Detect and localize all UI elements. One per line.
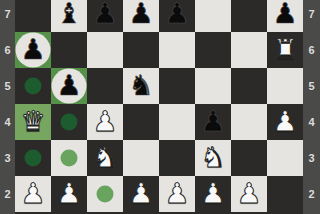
square-h4[interactable]: ♟ <box>267 104 303 140</box>
piece-white-pawn[interactable]: ♟ <box>267 104 303 140</box>
square-g6[interactable] <box>231 32 267 68</box>
piece-white-pawn[interactable]: ♟ <box>15 176 51 212</box>
square-c2[interactable] <box>87 176 123 212</box>
rank-label-5: 5 <box>303 68 320 104</box>
rank-label-5: 5 <box>0 68 15 104</box>
square-e3[interactable] <box>159 140 195 176</box>
square-g3[interactable] <box>231 140 267 176</box>
square-h3[interactable] <box>267 140 303 176</box>
square-c5[interactable] <box>87 68 123 104</box>
square-g5[interactable] <box>231 68 267 104</box>
square-e7[interactable]: ♟ <box>159 0 195 32</box>
rank-label-7: 7 <box>0 0 15 32</box>
rank-label-6: 6 <box>0 32 15 68</box>
square-a5[interactable] <box>15 68 51 104</box>
piece-black-pawn[interactable]: ♟ <box>267 0 303 32</box>
square-h7[interactable]: ♟ <box>267 0 303 32</box>
square-h6[interactable]: ♜ <box>267 32 303 68</box>
square-f7[interactable] <box>195 0 231 32</box>
piece-white-pawn[interactable]: ♟ <box>231 176 267 212</box>
rank-label-6: 6 <box>303 32 320 68</box>
rank-label-2: 2 <box>0 176 15 212</box>
square-e6[interactable] <box>159 32 195 68</box>
square-d5[interactable]: ♞ <box>123 68 159 104</box>
legal-move-dot[interactable] <box>97 186 114 203</box>
square-b4[interactable] <box>51 104 87 140</box>
rank-label-3: 3 <box>303 140 320 176</box>
piece-black-pawn[interactable]: ♟ <box>51 68 87 104</box>
legal-move-dot[interactable] <box>61 150 78 167</box>
piece-black-pawn[interactable]: ♟ <box>87 0 123 32</box>
square-e5[interactable] <box>159 68 195 104</box>
square-f2[interactable]: ♟ <box>195 176 231 212</box>
square-g4[interactable] <box>231 104 267 140</box>
square-c7[interactable]: ♟ <box>87 0 123 32</box>
square-c3[interactable]: ♞ <box>87 140 123 176</box>
piece-white-pawn[interactable]: ♟ <box>123 176 159 212</box>
square-d4[interactable] <box>123 104 159 140</box>
piece-white-pawn[interactable]: ♟ <box>159 176 195 212</box>
square-a7[interactable] <box>15 0 51 32</box>
square-a2[interactable]: ♟ <box>15 176 51 212</box>
rank-label-3: 3 <box>0 140 15 176</box>
square-a3[interactable] <box>15 140 51 176</box>
square-f3[interactable]: ♞ <box>195 140 231 176</box>
square-a6[interactable]: ♟ <box>15 32 51 68</box>
square-f4[interactable]: ♟ <box>195 104 231 140</box>
legal-move-dot[interactable] <box>61 114 78 131</box>
square-d3[interactable] <box>123 140 159 176</box>
board-grid[interactable]: ♝♟♟♟♟♟♜♟♞♛♟♟♟♞♞♟♟♟♟♟♟ <box>15 0 303 212</box>
square-b6[interactable] <box>51 32 87 68</box>
square-c6[interactable] <box>87 32 123 68</box>
piece-white-rook[interactable]: ♜ <box>267 32 303 68</box>
piece-black-knight[interactable]: ♞ <box>123 68 159 104</box>
piece-white-pawn[interactable]: ♟ <box>195 176 231 212</box>
piece-white-pawn[interactable]: ♟ <box>51 176 87 212</box>
square-g2[interactable]: ♟ <box>231 176 267 212</box>
piece-black-pawn[interactable]: ♟ <box>195 104 231 140</box>
rank-labels-left: 765432 <box>0 0 15 214</box>
square-e2[interactable]: ♟ <box>159 176 195 212</box>
square-b5[interactable]: ♟ <box>51 68 87 104</box>
rank-label-4: 4 <box>303 104 320 140</box>
piece-white-queen[interactable]: ♛ <box>15 104 51 140</box>
square-h5[interactable] <box>267 68 303 104</box>
piece-black-pawn[interactable]: ♟ <box>15 32 51 68</box>
square-b3[interactable] <box>51 140 87 176</box>
piece-white-pawn[interactable]: ♟ <box>87 104 123 140</box>
square-f5[interactable] <box>195 68 231 104</box>
square-c4[interactable]: ♟ <box>87 104 123 140</box>
piece-white-knight[interactable]: ♞ <box>195 140 231 176</box>
square-a4[interactable]: ♛ <box>15 104 51 140</box>
piece-black-bishop[interactable]: ♝ <box>51 0 87 32</box>
chessboard: 765432 ♝♟♟♟♟♟♜♟♞♛♟♟♟♞♞♟♟♟♟♟♟ 765432 <box>0 0 320 214</box>
square-h2[interactable] <box>267 176 303 212</box>
rank-label-7: 7 <box>303 0 320 32</box>
square-d7[interactable]: ♟ <box>123 0 159 32</box>
rank-label-4: 4 <box>0 104 15 140</box>
rank-label-2: 2 <box>303 176 320 212</box>
square-d6[interactable] <box>123 32 159 68</box>
piece-black-pawn[interactable]: ♟ <box>159 0 195 32</box>
square-e4[interactable] <box>159 104 195 140</box>
square-d2[interactable]: ♟ <box>123 176 159 212</box>
square-f6[interactable] <box>195 32 231 68</box>
rank-labels-right: 765432 <box>303 0 320 214</box>
square-g7[interactable] <box>231 0 267 32</box>
square-b2[interactable]: ♟ <box>51 176 87 212</box>
square-b7[interactable]: ♝ <box>51 0 87 32</box>
piece-white-knight[interactable]: ♞ <box>87 140 123 176</box>
piece-black-pawn[interactable]: ♟ <box>123 0 159 32</box>
legal-move-dot[interactable] <box>25 150 42 167</box>
legal-move-dot[interactable] <box>25 78 42 95</box>
